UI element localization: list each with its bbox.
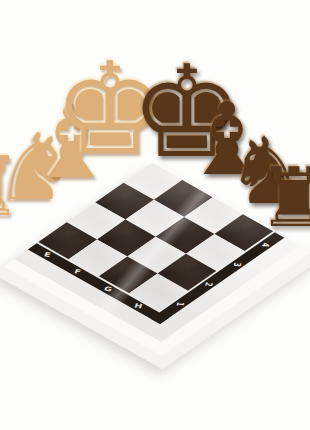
rank-label-2: 2 xyxy=(187,278,230,290)
rank-label-4: 4 xyxy=(244,239,287,251)
rank-label-1: 1 xyxy=(158,298,201,310)
rank-label-3: 3 xyxy=(215,259,258,271)
chess-set-product-photo: ♜♞♝♚♚♝♞♜ EFGH 4321 xyxy=(0,0,310,430)
